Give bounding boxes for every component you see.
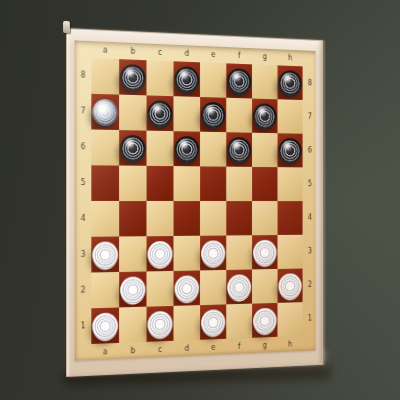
square-h3 (278, 235, 303, 269)
square-h4 (278, 201, 303, 235)
file-label-top-h: h (278, 49, 303, 66)
checker-white-c1 (147, 310, 172, 337)
square-b8 (119, 59, 146, 95)
square-e6 (200, 132, 226, 167)
square-f4 (226, 201, 252, 235)
file-label-top-b: b (119, 42, 146, 60)
square-c3 (147, 236, 174, 271)
checker-black-f6 (227, 137, 251, 163)
square-f1 (226, 304, 252, 339)
square-e4 (200, 201, 226, 236)
file-label-top-c: c (147, 44, 174, 62)
checker-black-c7 (147, 100, 172, 127)
square-f8 (226, 63, 252, 98)
file-label-top-g: g (252, 48, 277, 65)
corner-bottom-left (75, 344, 92, 362)
square-e7 (200, 97, 226, 132)
square-e2 (200, 270, 226, 305)
square-e5 (200, 166, 226, 201)
square-h2 (278, 268, 303, 302)
square-c7 (147, 95, 174, 131)
square-d3 (174, 236, 201, 271)
square-h5 (278, 167, 303, 201)
square-f6 (226, 132, 252, 167)
rank-label-left-3: 3 (75, 237, 92, 273)
file-label-top-d: d (174, 45, 201, 63)
checker-black-a7 (92, 98, 118, 125)
rank-label-left-2: 2 (75, 273, 92, 309)
hanging-hook-icon (63, 21, 70, 33)
square-e1 (200, 304, 226, 339)
rank-label-left-7: 7 (75, 93, 92, 129)
square-g2 (252, 269, 277, 304)
checker-black-d8 (174, 66, 199, 93)
file-label-bottom-h: h (278, 336, 303, 353)
rank-label-right-8: 8 (303, 66, 318, 100)
square-c4 (147, 201, 174, 236)
rank-label-left-5: 5 (75, 165, 92, 201)
checker-black-e7 (201, 101, 225, 128)
rank-label-left-1: 1 (75, 308, 92, 344)
square-d5 (174, 166, 201, 201)
rank-label-right-1: 1 (303, 302, 318, 336)
file-label-bottom-d: d (174, 340, 201, 358)
square-a6 (91, 130, 119, 166)
square-h1 (278, 302, 303, 337)
square-c6 (147, 131, 174, 166)
file-label-top-a: a (91, 41, 119, 59)
rank-label-right-6: 6 (303, 134, 318, 168)
rank-label-right-4: 4 (303, 201, 318, 235)
square-a3 (91, 237, 119, 273)
photo-scene: abcdefgh8877665544332211abcdefgh (0, 0, 400, 400)
square-a4 (91, 201, 119, 237)
board-frame: abcdefgh8877665544332211abcdefgh (66, 28, 323, 377)
square-g5 (252, 167, 277, 201)
checker-black-d6 (174, 136, 199, 162)
board-sheet: abcdefgh8877665544332211abcdefgh (75, 40, 316, 360)
checker-white-d2 (174, 275, 199, 302)
file-label-top-f: f (226, 47, 252, 64)
checkers-board: abcdefgh8877665544332211abcdefgh (66, 28, 323, 377)
checker-white-g3 (253, 239, 277, 265)
square-a8 (91, 58, 119, 95)
square-d7 (174, 96, 201, 131)
file-label-bottom-g: g (252, 337, 277, 354)
square-b7 (119, 95, 146, 131)
square-c1 (147, 306, 174, 342)
checker-white-f2 (227, 274, 251, 300)
board-grid: abcdefgh8877665544332211abcdefgh (75, 40, 316, 360)
file-label-bottom-b: b (119, 342, 146, 360)
checker-black-h8 (278, 70, 301, 96)
square-f2 (226, 269, 252, 304)
square-d2 (174, 270, 201, 305)
rank-label-left-4: 4 (75, 201, 92, 237)
file-label-bottom-f: f (226, 338, 252, 355)
checker-black-h6 (278, 137, 301, 163)
square-e8 (200, 62, 226, 97)
square-b1 (119, 307, 146, 343)
checker-black-b8 (120, 64, 146, 91)
checker-white-a3 (92, 241, 118, 268)
square-h8 (278, 65, 303, 100)
checker-white-e3 (201, 240, 225, 266)
square-g4 (252, 201, 277, 235)
file-label-bottom-c: c (147, 341, 174, 359)
square-d6 (174, 131, 201, 166)
square-b4 (119, 201, 146, 236)
checker-white-e1 (201, 309, 225, 336)
square-h7 (278, 99, 303, 133)
square-b3 (119, 236, 146, 272)
square-c5 (147, 166, 174, 201)
square-a1 (91, 307, 119, 344)
square-g7 (252, 99, 277, 134)
square-d4 (174, 201, 201, 236)
square-g3 (252, 235, 277, 269)
square-c8 (147, 60, 174, 96)
file-label-bottom-a: a (91, 343, 119, 361)
rank-label-right-2: 2 (303, 268, 318, 302)
corner-bottom-right (303, 335, 318, 351)
checker-white-g1 (253, 307, 277, 333)
square-g8 (252, 64, 277, 99)
square-a7 (91, 94, 119, 130)
square-b5 (119, 166, 146, 201)
file-label-top-e: e (200, 46, 226, 63)
square-b2 (119, 271, 146, 307)
checker-white-a1 (92, 312, 118, 340)
rank-label-right-5: 5 (303, 167, 318, 201)
rank-label-left-6: 6 (75, 129, 92, 165)
square-b6 (119, 130, 146, 166)
square-g6 (252, 133, 277, 167)
file-label-bottom-e: e (200, 339, 226, 356)
square-f5 (226, 167, 252, 201)
square-f3 (226, 235, 252, 270)
checker-white-h2 (278, 273, 301, 299)
square-e3 (200, 235, 226, 270)
rank-label-left-8: 8 (75, 57, 92, 93)
square-a5 (91, 165, 119, 201)
square-c2 (147, 271, 174, 307)
checker-black-b6 (120, 135, 146, 162)
checker-black-g7 (253, 103, 277, 129)
checker-white-b2 (120, 276, 146, 303)
rank-label-right-3: 3 (303, 235, 318, 269)
corner-top-left (75, 40, 92, 58)
square-d1 (174, 305, 201, 341)
square-d8 (174, 61, 201, 97)
square-f7 (226, 98, 252, 133)
checker-black-f8 (227, 68, 251, 95)
square-h6 (278, 133, 303, 167)
board-scene: abcdefgh8877665544332211abcdefgh (66, 28, 348, 377)
square-a2 (91, 272, 119, 308)
rank-label-right-7: 7 (303, 100, 318, 134)
square-g1 (252, 303, 277, 338)
checker-white-c3 (147, 240, 172, 267)
corner-top-right (303, 50, 318, 66)
